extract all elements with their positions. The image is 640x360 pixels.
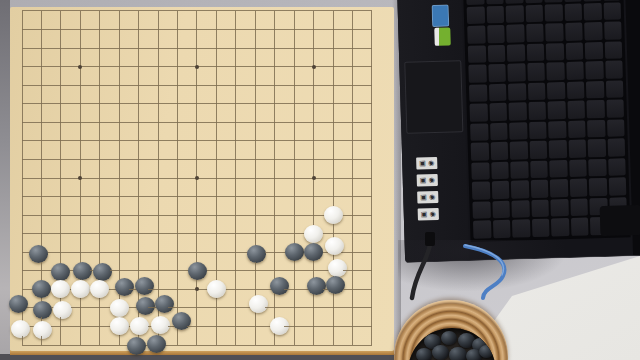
board-cell [110, 317, 129, 336]
keyboard-key [528, 102, 546, 120]
board-cell [187, 224, 206, 243]
board-cell [32, 206, 51, 225]
board-cell [362, 39, 381, 58]
keyboard-key [531, 200, 549, 218]
board-cell [304, 206, 323, 225]
board-cell [343, 76, 362, 95]
board-cell [148, 206, 167, 225]
board-cell [226, 243, 245, 262]
white-stone [304, 225, 323, 243]
board-cell [226, 132, 245, 151]
board-cell [246, 262, 265, 281]
board-cell [323, 132, 342, 151]
board-cell [71, 76, 90, 95]
board-cell [51, 243, 70, 262]
board-cell [343, 2, 362, 21]
black-stone [9, 295, 28, 313]
board-cell [187, 113, 206, 132]
board-cell [90, 299, 109, 318]
board-cell [148, 76, 167, 95]
board-cell [226, 39, 245, 58]
board-cell [168, 113, 187, 132]
board-cell [90, 187, 109, 206]
board-cell [12, 76, 31, 95]
keyboard-key [526, 43, 544, 61]
board-cell [187, 243, 206, 262]
board-cell [129, 299, 148, 318]
star-point [195, 176, 199, 180]
board-cell [148, 336, 167, 355]
board-cell [362, 169, 381, 188]
board-cell [304, 2, 323, 21]
keyboard-key [466, 0, 484, 4]
keyboard-key [492, 201, 510, 219]
keyboard-key [585, 42, 603, 60]
indicator-icons-sticker: ▣ ◉ [418, 208, 439, 221]
keyboard-key [505, 0, 523, 3]
keyboard-key [586, 100, 604, 118]
board-cell [284, 243, 303, 262]
board-cell [304, 243, 323, 262]
board-cell [323, 336, 342, 355]
board-cell [362, 206, 381, 225]
board-cell [362, 57, 381, 76]
white-stone [51, 280, 70, 298]
board-cell [168, 336, 187, 355]
board-cell [148, 243, 167, 262]
board-cell [207, 20, 226, 39]
indicator-icons-sticker: ▣ ◉ [417, 191, 438, 204]
keyboard-key [549, 160, 567, 178]
board-cell [51, 169, 70, 188]
board-cell [323, 169, 342, 188]
board-cell [168, 224, 187, 243]
board-cell [110, 206, 129, 225]
board-cell [51, 95, 70, 114]
keyboard-key [605, 60, 623, 78]
board-cell [343, 262, 362, 281]
keyboard-key [471, 162, 489, 180]
black-stone [51, 263, 70, 281]
board-cell [323, 76, 342, 95]
board-cell [246, 20, 265, 39]
board-cell [362, 262, 381, 281]
board-cell [129, 150, 148, 169]
board-cell [71, 206, 90, 225]
board-cell [265, 150, 284, 169]
board-cell [343, 132, 362, 151]
board-cell [51, 150, 70, 169]
board-cell [323, 2, 342, 21]
board-cell [226, 57, 245, 76]
keyboard-key [564, 3, 582, 21]
keyboard-key [526, 24, 544, 42]
board-cell [12, 150, 31, 169]
board-cell [168, 317, 187, 336]
board-cell [110, 113, 129, 132]
keyboard-key [569, 159, 587, 177]
keyboard-key [473, 221, 491, 239]
board-cell [207, 317, 226, 336]
board-cell [90, 243, 109, 262]
board-cell [304, 39, 323, 58]
touchpad [404, 60, 463, 134]
keyboard-key [589, 178, 607, 196]
board-cell [32, 2, 51, 21]
board-cell [168, 132, 187, 151]
board-cell [32, 57, 51, 76]
board-cell [71, 20, 90, 39]
keyboard-key [488, 64, 506, 82]
board-cell [304, 187, 323, 206]
board-cell [265, 317, 284, 336]
keyboard-key [530, 180, 548, 198]
keyboard-key [468, 45, 486, 63]
board-cell [226, 150, 245, 169]
board-cell [148, 132, 167, 151]
board-cell [362, 280, 381, 299]
board-cell [362, 95, 381, 114]
board-cell [207, 113, 226, 132]
board-cell [304, 150, 323, 169]
keyboard-key [603, 2, 621, 20]
board-cell [71, 169, 90, 188]
keyboard-key [569, 179, 587, 197]
board-cell [129, 39, 148, 58]
board-cell [187, 317, 206, 336]
board-cell [343, 317, 362, 336]
bowl-black-stone [416, 348, 432, 360]
indicator-icons-sticker: ▣ ◉ [416, 157, 437, 170]
board-cell [12, 206, 31, 225]
keyboard-key [486, 0, 504, 4]
board-cell [71, 39, 90, 58]
board-cell [226, 76, 245, 95]
keyboard-key [510, 161, 528, 179]
keyboard-key [545, 23, 563, 41]
laptop: ▣ ◉▣ ◉▣ ◉▣ ◉ [397, 0, 640, 263]
keyboard-key [546, 43, 564, 61]
keyboard-key [550, 199, 568, 217]
board-cell [362, 76, 381, 95]
intel-sticker [432, 4, 450, 26]
board-cell [32, 187, 51, 206]
board-cell [187, 39, 206, 58]
board-cell [168, 2, 187, 21]
board-cell [71, 95, 90, 114]
board-cell [265, 113, 284, 132]
board-cell [284, 169, 303, 188]
board-cell [265, 243, 284, 262]
keyboard-key [585, 61, 603, 79]
hinge-corner [600, 205, 640, 236]
keyboard-key [490, 142, 508, 160]
board-cell [284, 132, 303, 151]
star-point [78, 65, 82, 69]
board-cell [187, 169, 206, 188]
board-cell [71, 57, 90, 76]
keyboard-key [489, 103, 507, 121]
board-cell [265, 224, 284, 243]
board-cell [323, 299, 342, 318]
board-cell [323, 113, 342, 132]
board-cell [148, 317, 167, 336]
board-cell [168, 187, 187, 206]
board-cell [110, 224, 129, 243]
board-cell [110, 187, 129, 206]
board-cell [12, 39, 31, 58]
keyboard-key [605, 80, 623, 98]
keyboard-key [531, 219, 549, 237]
keyboard-key [566, 62, 584, 80]
black-stone [32, 280, 51, 298]
board-cell [304, 317, 323, 336]
keyboard-key [468, 65, 486, 83]
board-cell [304, 20, 323, 39]
board-cell [110, 262, 129, 281]
board-cell [90, 2, 109, 21]
board-cell [246, 336, 265, 355]
board-cell [207, 132, 226, 151]
board-cell [168, 169, 187, 188]
board-cell [148, 169, 167, 188]
board-cell [110, 243, 129, 262]
board-cell [265, 76, 284, 95]
board-cell [207, 299, 226, 318]
keyboard-key [548, 121, 566, 139]
keyboard-key [529, 141, 547, 159]
keyboard-key [470, 123, 488, 141]
board-cell [110, 336, 129, 355]
board-cell [129, 206, 148, 225]
board-cell [343, 57, 362, 76]
board-cell [187, 76, 206, 95]
keyboard-key [511, 181, 529, 199]
board-cell [187, 57, 206, 76]
board-cell [129, 132, 148, 151]
board-cell [323, 206, 342, 225]
board-cell [284, 150, 303, 169]
keyboard-key [547, 82, 565, 100]
board-cell [284, 39, 303, 58]
keyboard-key [551, 218, 569, 236]
stone-bowl [394, 300, 508, 360]
keyboard-key [604, 21, 622, 39]
black-stone [285, 243, 304, 261]
board-cell [246, 206, 265, 225]
board-cell [207, 187, 226, 206]
keyboard-key [586, 81, 604, 99]
board-cell [148, 150, 167, 169]
board-cell [343, 280, 362, 299]
laptop-shadow [398, 240, 568, 292]
keyboard-key [509, 102, 527, 120]
board-cell [265, 95, 284, 114]
board-cell [71, 150, 90, 169]
board-cell [362, 150, 381, 169]
board-cell [148, 39, 167, 58]
board-cell [110, 169, 129, 188]
board-cell [323, 57, 342, 76]
board-cell [148, 57, 167, 76]
board-cell [304, 224, 323, 243]
board-cell [284, 76, 303, 95]
board-cell [284, 113, 303, 132]
board-cell [148, 299, 167, 318]
board-cell [148, 113, 167, 132]
keyboard-key [510, 142, 528, 160]
board-cell [323, 95, 342, 114]
board-cell [110, 95, 129, 114]
scene-go-board-photo: ▣ ◉▣ ◉▣ ◉▣ ◉ [0, 0, 640, 360]
keyboard-key [567, 101, 585, 119]
board-cell [90, 39, 109, 58]
keyboard-key [509, 122, 527, 140]
black-stone [147, 335, 166, 353]
board-cell [168, 76, 187, 95]
board-cell [129, 57, 148, 76]
star-point [312, 65, 316, 69]
board-cell [12, 113, 31, 132]
keyboard-key [607, 139, 625, 157]
board-cell [90, 317, 109, 336]
board-cell [12, 224, 31, 243]
board-cell [343, 299, 362, 318]
board-cell [168, 20, 187, 39]
board-cell [207, 2, 226, 21]
board-cell [207, 280, 226, 299]
board-cell [362, 224, 381, 243]
board-cell [90, 113, 109, 132]
board-cell [12, 336, 31, 355]
keyboard-key [608, 178, 626, 196]
board-grid [12, 2, 381, 355]
board-cell [246, 169, 265, 188]
board-cell [71, 299, 90, 318]
board-cell [207, 95, 226, 114]
go-board [10, 7, 394, 351]
board-cell [12, 95, 31, 114]
keyboard-key [606, 100, 624, 118]
board-cell [110, 76, 129, 95]
board-cell [226, 169, 245, 188]
board-cell [362, 113, 381, 132]
board-cell [284, 57, 303, 76]
board-cell [32, 20, 51, 39]
board-cell [284, 280, 303, 299]
keyboard-key [511, 200, 529, 218]
board-cell [187, 2, 206, 21]
black-stone [127, 337, 146, 355]
board-cell [51, 113, 70, 132]
board-cell [12, 187, 31, 206]
board-cell [110, 150, 129, 169]
board-cell [12, 299, 31, 318]
keyboard-key [566, 81, 584, 99]
board-cell [246, 187, 265, 206]
board-cell [129, 169, 148, 188]
keyboard-key [568, 140, 586, 158]
board-cell [323, 39, 342, 58]
board-cell [32, 262, 51, 281]
board-cell [129, 2, 148, 21]
board-cell [129, 317, 148, 336]
board-cell [129, 280, 148, 299]
board-cell [187, 206, 206, 225]
board-cell [129, 20, 148, 39]
board-cell [362, 2, 381, 21]
keyboard-key [604, 41, 622, 59]
board-cell [304, 336, 323, 355]
board-cell [32, 280, 51, 299]
board-cell [51, 336, 70, 355]
board-cell [12, 132, 31, 151]
board-cell [246, 132, 265, 151]
board-cell [71, 224, 90, 243]
board-cell [32, 113, 51, 132]
board-cell [129, 113, 148, 132]
board-cell [32, 243, 51, 262]
keyboard-key [507, 44, 525, 62]
board-cell [51, 317, 70, 336]
board-cell [362, 243, 381, 262]
white-stone [151, 316, 170, 334]
board-cell [71, 187, 90, 206]
board-cell [246, 113, 265, 132]
board-cell [207, 169, 226, 188]
board-cell [110, 2, 129, 21]
board-cell [187, 95, 206, 114]
board-cell [246, 317, 265, 336]
board-cell [32, 169, 51, 188]
board-cell [343, 150, 362, 169]
board-cell [226, 187, 245, 206]
board-cell [226, 280, 245, 299]
black-stone [304, 243, 323, 261]
board-cell [110, 20, 129, 39]
board-cell [168, 262, 187, 281]
keyboard-key [486, 5, 504, 23]
board-cell [148, 224, 167, 243]
board-cell [32, 150, 51, 169]
board-cell [265, 39, 284, 58]
board-cell [304, 57, 323, 76]
board-cell [362, 317, 381, 336]
keyboard-key [472, 201, 490, 219]
bowl-black-stone [441, 331, 457, 345]
board-cell [362, 20, 381, 39]
board-cell [304, 113, 323, 132]
board-cell [343, 39, 362, 58]
board-cell [284, 20, 303, 39]
board-cell [148, 262, 167, 281]
board-cell [246, 224, 265, 243]
keyboard-key [470, 104, 488, 122]
board-cell [265, 169, 284, 188]
keyboard-key [588, 139, 606, 157]
board-cell [187, 187, 206, 206]
board-cell [187, 262, 206, 281]
board-cell [207, 150, 226, 169]
keyboard-key [491, 181, 509, 199]
board-cell [32, 224, 51, 243]
board-cell [187, 132, 206, 151]
board-cell [12, 57, 31, 76]
board-cell [304, 76, 323, 95]
keyboard-key [506, 5, 524, 23]
board-cell [148, 20, 167, 39]
keyboard-key [545, 4, 563, 22]
